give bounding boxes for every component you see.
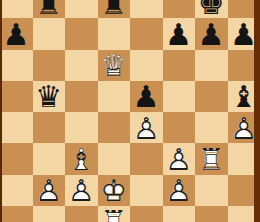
black-piece-glyph: ♟ [3,17,30,52]
square-e3[interactable] [130,143,163,174]
square-g8[interactable]: ♚ [195,0,228,18]
square-a2[interactable] [0,175,33,206]
square-c5[interactable] [65,81,98,112]
square-c2[interactable]: ♟♙ [65,175,98,206]
black-pawn[interactable]: ♟ [133,82,160,112]
square-a5[interactable] [0,81,33,112]
chess-board: ♜♜♚♟♟♟♟♛♕♛♟♝♟♙♟♙♝♗♟♙♜♖♟♙♟♙♚♔♟♙♜♖ [0,0,260,222]
board-right-border [254,0,260,222]
board-left-border [0,0,2,222]
white-pawn[interactable]: ♟♙ [165,145,192,175]
square-d7[interactable] [98,18,131,49]
square-g1[interactable] [195,206,228,222]
white-piece-outline: ♙ [165,142,192,177]
square-b3[interactable] [33,143,66,174]
white-rook[interactable]: ♜♖ [198,145,225,175]
square-b7[interactable] [33,18,66,49]
white-king[interactable]: ♚♔ [100,176,127,206]
white-pawn[interactable]: ♟♙ [68,176,95,206]
square-f6[interactable] [163,50,196,81]
square-a1[interactable] [0,206,33,222]
white-piece-outline: ♖ [100,204,127,222]
square-a3[interactable] [0,143,33,174]
black-piece-glyph: ♟ [198,17,225,52]
square-g7[interactable]: ♟ [195,18,228,49]
white-piece-outline: ♙ [68,173,95,208]
square-f1[interactable] [163,206,196,222]
square-e2[interactable] [130,175,163,206]
white-pawn[interactable]: ♟♙ [165,176,192,206]
square-a8[interactable] [0,0,33,18]
square-g6[interactable] [195,50,228,81]
black-pawn[interactable]: ♟ [198,20,225,50]
square-d2[interactable]: ♚♔ [98,175,131,206]
white-queen[interactable]: ♛♕ [100,51,127,81]
black-piece-glyph: ♟ [133,79,160,114]
square-g5[interactable] [195,81,228,112]
white-piece-outline: ♔ [100,173,127,208]
square-b2[interactable]: ♟♙ [33,175,66,206]
black-queen[interactable]: ♛ [35,82,62,112]
square-d8[interactable]: ♜ [98,0,131,18]
white-pawn[interactable]: ♟♙ [35,176,62,206]
square-f7[interactable]: ♟ [163,18,196,49]
square-f2[interactable]: ♟♙ [163,175,196,206]
white-bishop[interactable]: ♝♗ [68,145,95,175]
square-g2[interactable] [195,175,228,206]
square-a4[interactable] [0,112,33,143]
square-d5[interactable] [98,81,131,112]
white-piece-outline: ♙ [165,173,192,208]
black-piece-glyph: ♛ [35,79,62,114]
square-f3[interactable]: ♟♙ [163,143,196,174]
square-f5[interactable] [163,81,196,112]
black-rook[interactable]: ♜ [35,0,62,19]
white-rook[interactable]: ♜♖ [100,207,127,222]
square-e1[interactable] [130,206,163,222]
square-e7[interactable] [130,18,163,49]
square-c6[interactable] [65,50,98,81]
square-e5[interactable]: ♟ [130,81,163,112]
white-pawn[interactable]: ♟♙ [133,114,160,144]
square-d3[interactable] [98,143,131,174]
square-g3[interactable]: ♜♖ [195,143,228,174]
black-pawn[interactable]: ♟ [165,20,192,50]
square-e6[interactable] [130,50,163,81]
square-b8[interactable]: ♜ [33,0,66,18]
square-b4[interactable] [33,112,66,143]
square-c8[interactable] [65,0,98,18]
square-c7[interactable] [65,18,98,49]
black-king[interactable]: ♚ [198,0,225,19]
white-piece-outline: ♙ [35,173,62,208]
square-e4[interactable]: ♟♙ [130,112,163,143]
square-c3[interactable]: ♝♗ [65,143,98,174]
square-b5[interactable]: ♛ [33,81,66,112]
square-c1[interactable] [65,206,98,222]
square-f4[interactable] [163,112,196,143]
white-piece-outline: ♕ [100,48,127,83]
white-piece-outline: ♙ [133,111,160,146]
square-a6[interactable] [0,50,33,81]
square-a7[interactable]: ♟ [0,18,33,49]
square-e8[interactable] [130,0,163,18]
square-d4[interactable] [98,112,131,143]
square-g4[interactable] [195,112,228,143]
white-piece-outline: ♗ [68,142,95,177]
square-d6[interactable]: ♛♕ [98,50,131,81]
black-piece-glyph: ♟ [165,17,192,52]
square-d1[interactable]: ♜♖ [98,206,131,222]
white-piece-outline: ♖ [198,142,225,177]
square-b1[interactable] [33,206,66,222]
chess-board-viewport: ♜♜♚♟♟♟♟♛♕♛♟♝♟♙♟♙♝♗♟♙♜♖♟♙♟♙♚♔♟♙♜♖ [0,0,260,222]
square-b6[interactable] [33,50,66,81]
black-rook[interactable]: ♜ [100,0,127,19]
square-c4[interactable] [65,112,98,143]
black-pawn[interactable]: ♟ [3,20,30,50]
square-f8[interactable] [163,0,196,18]
